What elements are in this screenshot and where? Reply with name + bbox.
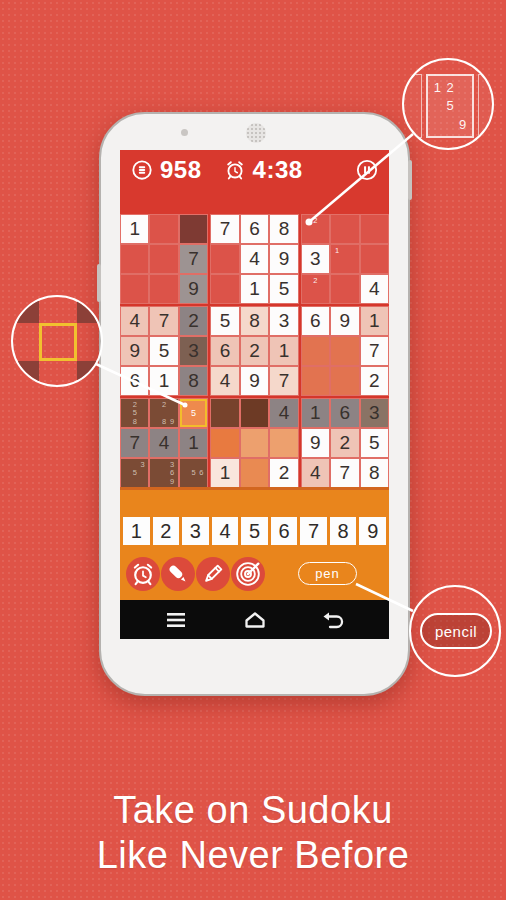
sudoku-cell[interactable]: 7 [361,337,388,365]
pencil-marks: 56 [180,459,207,487]
keypad-button-2[interactable]: 2 [153,517,180,545]
sudoku-cell[interactable]: 4 [302,459,329,487]
alarm-tool-button[interactable] [126,557,160,591]
pencil-marks: 258 [121,399,148,427]
sudoku-cell[interactable]: 3 [270,307,297,335]
back-icon [321,608,345,632]
keypad-button-3[interactable]: 3 [182,517,209,545]
menu-nav-button[interactable] [164,608,188,632]
sudoku-cell[interactable] [302,337,329,365]
sudoku-cell[interactable]: 4 [241,245,268,273]
target-tool-button[interactable] [231,557,265,591]
sudoku-cell[interactable] [121,245,148,273]
back-nav-button[interactable] [321,608,345,632]
pause-button[interactable] [356,159,378,181]
marketing-tagline: Take on Sudoku Like Never Before [0,788,506,878]
sudoku-cell[interactable]: 4 [211,367,238,395]
coins-icon [131,159,153,181]
sudoku-cell[interactable]: 9 [241,367,268,395]
sudoku-cell[interactable] [241,459,268,487]
timer-value: 4:38 [253,156,303,184]
sudoku-cell[interactable]: 1 [241,275,268,303]
sudoku-cell[interactable]: 5 [211,307,238,335]
sudoku-cell[interactable]: 8 [180,367,207,395]
mini-cell-right [478,74,494,138]
sudoku-cell[interactable] [150,245,177,273]
sudoku-cell[interactable]: 1 [180,429,207,457]
keypad-button-5[interactable]: 5 [241,517,268,545]
sudoku-cell[interactable]: 7 [121,429,148,457]
pencil-marks: 2 [302,215,329,243]
sudoku-cell[interactable]: 8 [241,307,268,335]
pencil-tool-button[interactable] [196,557,230,591]
sudoku-cell[interactable]: 4 [150,429,177,457]
pencil-callout-pill: pencil [420,613,492,649]
selected-cell-callout-bubble [11,295,103,387]
sudoku-cell[interactable]: 7 [180,245,207,273]
sudoku-cell[interactable]: 2 [270,459,297,487]
sudoku-cell[interactable]: 2 [302,275,329,303]
sudoku-cell[interactable] [302,367,329,395]
pencil-icon [200,561,226,587]
keypad-button-4[interactable]: 4 [212,517,239,545]
sudoku-cell[interactable] [211,399,238,427]
sudoku-cell[interactable]: 6 [331,399,358,427]
sudoku-cell[interactable]: 1 [211,459,238,487]
home-nav-button[interactable] [243,608,267,632]
pen-mode-label: pen [315,566,340,581]
pencil-callout-label: pencil [435,623,477,640]
earpiece-speaker [246,123,266,143]
alarm-icon [130,561,156,587]
sudoku-cell[interactable] [150,275,177,303]
sudoku-cell[interactable]: 258 [121,399,148,427]
sudoku-cell[interactable] [361,215,388,243]
sudoku-cell[interactable]: 7 [211,215,238,243]
sudoku-cell[interactable]: 3 [302,245,329,273]
sudoku-cell[interactable] [211,245,238,273]
sudoku-cell[interactable]: 4 [121,307,148,335]
pencil-marks: 2 [302,275,329,303]
sudoku-cell[interactable]: 1 [150,367,177,395]
sudoku-cell[interactable]: 6 [302,307,329,335]
eraser-icon [165,561,191,587]
sudoku-cell[interactable]: 4 [361,275,388,303]
keypad-button-7[interactable]: 7 [300,517,327,545]
sudoku-cell[interactable]: 5 [361,429,388,457]
checker-dark-cell [11,295,39,323]
keypad-button-8[interactable]: 8 [330,517,357,545]
eraser-tool-button[interactable] [161,557,195,591]
sudoku-board: 1768274931915244725836919536217618497225… [121,215,388,487]
sudoku-cell[interactable]: 8 [270,215,297,243]
sudoku-cell[interactable]: 7 [331,459,358,487]
pencil-marks: 1 [331,245,358,273]
sudoku-cell[interactable]: 3 [180,337,207,365]
front-camera [181,129,188,136]
sudoku-cell[interactable] [331,337,358,365]
sudoku-cell[interactable]: 2 [241,337,268,365]
pencil-callout-bubble: pencil [409,585,501,677]
sudoku-cell[interactable] [150,215,177,243]
sudoku-cell[interactable] [331,215,358,243]
sudoku-cell[interactable]: 9 [302,429,329,457]
sudoku-cell[interactable]: 5 [150,337,177,365]
pencil-marks: 35 [121,459,148,487]
number-keypad: 123456789 [120,517,389,545]
sudoku-cell[interactable] [331,367,358,395]
pencil-marks: 289 [150,399,177,427]
android-navbar [120,600,389,639]
menu-icon [164,608,188,632]
keypad-button-1[interactable]: 1 [123,517,150,545]
sudoku-cell[interactable]: 35 [121,459,148,487]
sudoku-cell[interactable]: 9 [121,337,148,365]
pencil-marks: 5 [182,401,205,425]
sudoku-cell[interactable]: 2 [361,367,388,395]
target-icon [235,561,261,587]
sudoku-cell[interactable]: 1 [302,399,329,427]
sudoku-cell[interactable] [211,429,238,457]
sudoku-cell[interactable]: 9 [270,245,297,273]
tagline-line2: Like Never Before [0,833,506,878]
score-value: 958 [160,156,202,184]
sudoku-cell[interactable]: 4 [270,399,297,427]
sudoku-cell[interactable]: 1 [331,245,358,273]
mini-cell-left [402,74,422,138]
sudoku-cell[interactable]: 369 [150,459,177,487]
pen-mode-button[interactable]: pen [298,562,357,585]
sudoku-cell[interactable]: 6 [241,215,268,243]
sudoku-cell[interactable]: 7 [270,367,297,395]
pencil-marks: 369 [150,459,177,487]
sudoku-cell[interactable]: 1 [270,337,297,365]
volume-button [97,264,101,302]
checker-dark-cell [11,361,39,387]
sudoku-cell[interactable] [270,429,297,457]
sudoku-cell[interactable] [361,245,388,273]
keypad-button-6[interactable]: 6 [271,517,298,545]
sudoku-cell[interactable] [331,275,358,303]
sudoku-cell[interactable]: 5 [270,275,297,303]
phone-mockup: 958 4:38 1768274931915244725836919536217… [99,112,410,696]
app-screen: 958 4:38 1768274931915244725836919536217… [120,150,389,639]
alarm-icon [224,159,246,181]
sudoku-cell[interactable]: 2 [331,429,358,457]
sudoku-cell[interactable]: 2 [302,215,329,243]
pencilmarks-callout-bubble: 1259 [402,58,494,150]
tagline-line1: Take on Sudoku [0,788,506,833]
sudoku-cell-selected[interactable]: 5 [180,399,207,427]
mini-cell-center: 1259 [426,74,474,138]
sudoku-cell[interactable]: 1 [361,307,388,335]
sudoku-cell[interactable]: 7 [150,307,177,335]
sudoku-cell[interactable]: 56 [180,459,207,487]
toolbar: pen [120,545,389,600]
power-button [408,160,412,200]
checker-zoom [11,295,103,387]
sudoku-cell[interactable] [180,215,207,243]
sudoku-cell[interactable]: 9 [180,275,207,303]
sudoku-cell[interactable] [211,275,238,303]
sudoku-cell[interactable] [241,399,268,427]
sudoku-cell[interactable]: 1 [121,215,148,243]
sudoku-cell[interactable] [241,429,268,457]
game-header: 958 4:38 [120,150,389,190]
sudoku-cell[interactable]: 289 [150,399,177,427]
checker-selected-cell [39,323,77,361]
sudoku-cell[interactable]: 6 [211,337,238,365]
sudoku-cell[interactable]: 9 [331,307,358,335]
sudoku-cell[interactable]: 2 [180,307,207,335]
mini-pencil-marks: 1259 [428,76,472,136]
sudoku-cell[interactable] [121,275,148,303]
home-icon [243,608,267,632]
sudoku-cell[interactable]: 3 [361,399,388,427]
keypad-button-9[interactable]: 9 [359,517,386,545]
sudoku-cell[interactable]: 8 [361,459,388,487]
sudoku-cell[interactable]: 6 [121,367,148,395]
